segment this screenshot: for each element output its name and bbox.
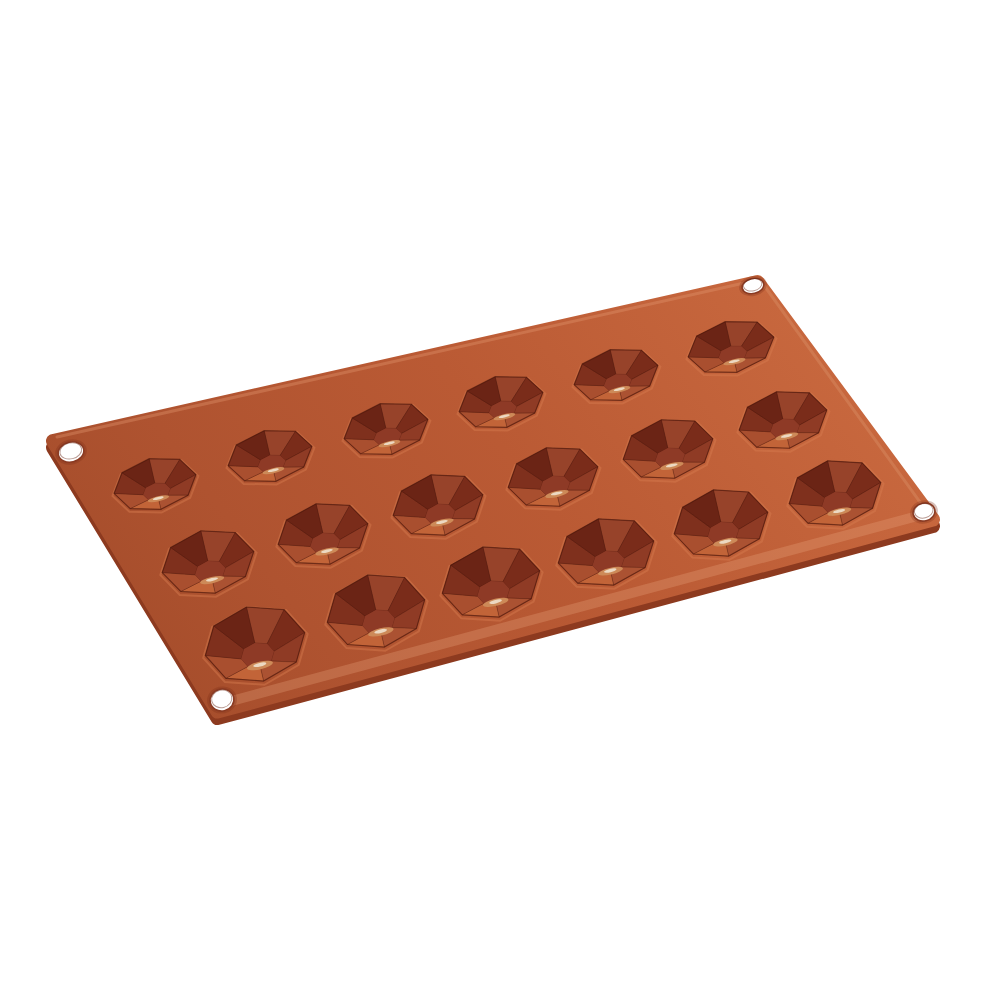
product-photo	[0, 0, 1000, 1000]
silicone-mold-photo-svg	[0, 0, 1000, 1000]
